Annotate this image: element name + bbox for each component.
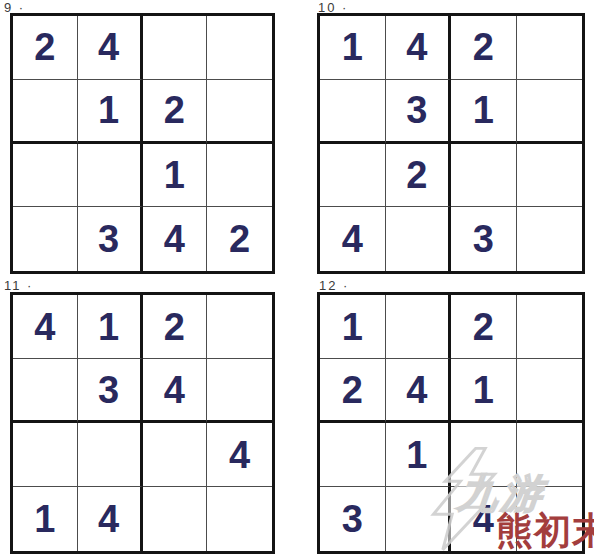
sudoku-cell-p9-r1c2: 4 bbox=[78, 16, 143, 80]
sudoku-cell-p10-r3c1[interactable] bbox=[320, 144, 386, 208]
sudoku-cell-p10-r1c2: 4 bbox=[386, 16, 452, 80]
sudoku-cell-p10-r1c1: 1 bbox=[320, 16, 386, 80]
sudoku-cell-p10-r1c3: 2 bbox=[451, 16, 517, 80]
sudoku-cell-p12-r1c1: 1 bbox=[320, 295, 386, 359]
sudoku-grid-12: 12241134 bbox=[317, 292, 585, 554]
sudoku-cell-p10-r2c4[interactable] bbox=[517, 80, 583, 144]
sudoku-cell-p9-r2c1[interactable] bbox=[13, 80, 78, 144]
sudoku-cell-p12-r1c2[interactable] bbox=[386, 295, 452, 359]
sudoku-cell-p12-r3c4[interactable] bbox=[517, 423, 583, 487]
sudoku-cell-p11-r3c3[interactable] bbox=[143, 423, 208, 487]
sudoku-cell-p12-r4c2[interactable] bbox=[386, 487, 452, 551]
sudoku-cell-p10-r4c3: 3 bbox=[451, 207, 517, 271]
sudoku-cell-p9-r3c4[interactable] bbox=[207, 144, 272, 208]
sudoku-cell-p11-r1c1: 4 bbox=[13, 295, 78, 359]
puzzle-11-label: 11 · bbox=[4, 278, 33, 293]
sudoku-cell-p9-r4c4: 2 bbox=[207, 207, 272, 271]
sudoku-cell-p11-r2c2: 3 bbox=[78, 359, 143, 423]
sudoku-cell-p11-r3c4: 4 bbox=[207, 423, 272, 487]
sudoku-cell-p12-r2c2: 4 bbox=[386, 359, 452, 423]
sudoku-cell-p12-r2c3: 1 bbox=[451, 359, 517, 423]
sudoku-cell-p10-r4c4[interactable] bbox=[517, 207, 583, 271]
sudoku-cell-p11-r3c1[interactable] bbox=[13, 423, 78, 487]
sudoku-cell-p9-r3c1[interactable] bbox=[13, 144, 78, 208]
sudoku-cell-p9-r1c4[interactable] bbox=[207, 16, 272, 80]
sudoku-cell-p12-r3c3[interactable] bbox=[451, 423, 517, 487]
sudoku-cell-p9-r4c1[interactable] bbox=[13, 207, 78, 271]
sudoku-cell-p10-r3c3[interactable] bbox=[451, 144, 517, 208]
sudoku-cell-p10-r3c2: 2 bbox=[386, 144, 452, 208]
sudoku-cell-p12-r4c4[interactable] bbox=[517, 487, 583, 551]
sudoku-cell-p10-r2c1[interactable] bbox=[320, 80, 386, 144]
sudoku-cell-p11-r3c2[interactable] bbox=[78, 423, 143, 487]
sudoku-cell-p11-r2c3: 4 bbox=[143, 359, 208, 423]
sudoku-grid-11: 41234414 bbox=[10, 292, 275, 554]
sudoku-cell-p10-r4c2[interactable] bbox=[386, 207, 452, 271]
sudoku-grid-9: 24121342 bbox=[10, 13, 275, 274]
sudoku-cell-p12-r3c2: 1 bbox=[386, 423, 452, 487]
sudoku-cell-p9-r2c2: 1 bbox=[78, 80, 143, 144]
sudoku-cell-p11-r4c4[interactable] bbox=[207, 487, 272, 551]
sudoku-cell-p11-r2c4[interactable] bbox=[207, 359, 272, 423]
sudoku-cell-p12-r2c1: 2 bbox=[320, 359, 386, 423]
sudoku-cell-p11-r4c1: 1 bbox=[13, 487, 78, 551]
sudoku-cell-p11-r1c3: 2 bbox=[143, 295, 208, 359]
sudoku-cell-p9-r3c2[interactable] bbox=[78, 144, 143, 208]
sudoku-cell-p9-r4c3: 4 bbox=[143, 207, 208, 271]
sudoku-cell-p9-r2c3: 2 bbox=[143, 80, 208, 144]
sudoku-cell-p12-r4c1: 3 bbox=[320, 487, 386, 551]
sudoku-cell-p12-r1c4[interactable] bbox=[517, 295, 583, 359]
sudoku-cell-p11-r1c2: 1 bbox=[78, 295, 143, 359]
sudoku-cell-p12-r4c3: 4 bbox=[451, 487, 517, 551]
sudoku-cell-p9-r1c1: 2 bbox=[13, 16, 78, 80]
sudoku-cell-p10-r2c2: 3 bbox=[386, 80, 452, 144]
sudoku-cell-p11-r4c2: 4 bbox=[78, 487, 143, 551]
sudoku-cell-p10-r2c3: 1 bbox=[451, 80, 517, 144]
sudoku-cell-p10-r4c1: 4 bbox=[320, 207, 386, 271]
sudoku-cell-p11-r4c3[interactable] bbox=[143, 487, 208, 551]
sudoku-grid-10: 14231243 bbox=[317, 13, 585, 274]
sudoku-cell-p9-r2c4[interactable] bbox=[207, 80, 272, 144]
sudoku-cell-p12-r2c4[interactable] bbox=[517, 359, 583, 423]
sudoku-cell-p9-r3c3: 1 bbox=[143, 144, 208, 208]
sudoku-cell-p12-r3c1[interactable] bbox=[320, 423, 386, 487]
sudoku-cell-p11-r2c1[interactable] bbox=[13, 359, 78, 423]
puzzle-sheet: 9 · 24121342 10 · 14231243 11 · 41234414… bbox=[0, 0, 594, 556]
sudoku-cell-p10-r1c4[interactable] bbox=[517, 16, 583, 80]
sudoku-cell-p9-r1c3[interactable] bbox=[143, 16, 208, 80]
sudoku-cell-p10-r3c4[interactable] bbox=[517, 144, 583, 208]
sudoku-cell-p12-r1c3: 2 bbox=[451, 295, 517, 359]
sudoku-cell-p9-r4c2: 3 bbox=[78, 207, 143, 271]
puzzle-12-label: 12 · bbox=[319, 278, 349, 293]
sudoku-cell-p11-r1c4[interactable] bbox=[207, 295, 272, 359]
